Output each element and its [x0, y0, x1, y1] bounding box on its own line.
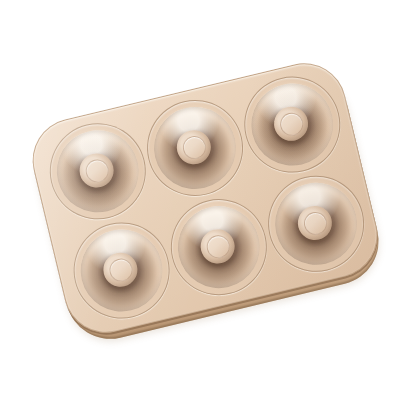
- donut-cavity-r2c3: [258, 166, 374, 282]
- center-post-top: [83, 157, 111, 185]
- center-post-top: [181, 134, 209, 162]
- center-post-top: [278, 110, 306, 138]
- donut-cavity-r1c2: [137, 90, 253, 206]
- donut-cavity-r1c3: [234, 67, 350, 183]
- donut-cavity-r2c2: [161, 189, 277, 305]
- product-photo: [0, 0, 410, 410]
- donut-pan: [24, 55, 386, 342]
- center-post-top: [204, 233, 232, 261]
- donut-cavity-r1c1: [40, 113, 156, 229]
- center-post-top: [302, 210, 330, 238]
- cavity-layer: [25, 56, 385, 340]
- donut-cavity-r2c1: [64, 213, 180, 329]
- center-post-top: [107, 256, 135, 284]
- pan-top-surface: [24, 55, 386, 342]
